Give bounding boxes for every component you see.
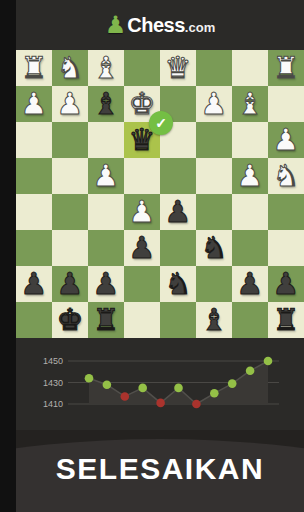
game-dot-11-win <box>264 357 273 366</box>
white-pawn: ♟ <box>129 194 156 230</box>
white-pawn: ♟ <box>273 122 300 158</box>
brand-text: Chess <box>127 14 185 37</box>
square-a1[interactable]: ♜ <box>268 50 304 86</box>
square-b8[interactable] <box>232 302 268 338</box>
square-c1[interactable] <box>196 50 232 86</box>
square-g7[interactable]: ♟ <box>52 266 88 302</box>
square-f5[interactable] <box>88 194 124 230</box>
square-e5[interactable]: ♟ <box>124 194 160 230</box>
square-e6[interactable]: ♟ <box>124 230 160 266</box>
black-bishop: ♝ <box>93 86 120 122</box>
white-rook: ♜ <box>21 50 48 86</box>
black-pawn: ♟ <box>21 266 48 302</box>
black-king: ♚ <box>57 302 84 338</box>
game-dot-8-win <box>210 389 219 398</box>
white-knight: ♞ <box>57 50 84 86</box>
chesscom-logo[interactable]: ♟ Chess .com <box>16 8 304 42</box>
square-f2[interactable]: ♝ <box>88 86 124 122</box>
square-e4[interactable] <box>124 158 160 194</box>
black-pawn: ♟ <box>165 194 192 230</box>
game-dot-10-win <box>246 366 255 375</box>
square-d5[interactable]: ♟ <box>160 194 196 230</box>
square-a3[interactable]: ♟ <box>268 122 304 158</box>
black-rook: ♜ <box>93 302 120 338</box>
square-h5[interactable] <box>16 194 52 230</box>
correct-move-badge: ✓ <box>149 111 173 135</box>
white-bishop: ♝ <box>93 50 120 86</box>
game-dot-2-win <box>103 380 112 389</box>
square-b4[interactable]: ♟ <box>232 158 268 194</box>
square-f3[interactable] <box>88 122 124 158</box>
square-h3[interactable] <box>16 122 52 158</box>
square-f8[interactable]: ♜ <box>88 302 124 338</box>
square-b5[interactable] <box>232 194 268 230</box>
square-g5[interactable] <box>52 194 88 230</box>
ytick-label-1430: 1430 <box>43 378 63 388</box>
square-d8[interactable] <box>160 302 196 338</box>
rating-chart: 145014301410 <box>16 338 304 430</box>
white-pawn: ♟ <box>201 86 228 122</box>
square-a6[interactable] <box>268 230 304 266</box>
square-c2[interactable]: ♟ <box>196 86 232 122</box>
checkmark-icon: ✓ <box>155 111 167 135</box>
square-a5[interactable] <box>268 194 304 230</box>
white-queen: ♛ <box>165 50 192 86</box>
square-f1[interactable]: ♝ <box>88 50 124 86</box>
square-h7[interactable]: ♟ <box>16 266 52 302</box>
square-f4[interactable]: ♟ <box>88 158 124 194</box>
game-dot-4-win <box>138 384 147 393</box>
square-e7[interactable] <box>124 266 160 302</box>
black-pawn: ♟ <box>129 230 156 266</box>
square-a2[interactable] <box>268 86 304 122</box>
black-rook: ♜ <box>273 302 300 338</box>
black-pawn: ♟ <box>273 266 300 302</box>
black-pawn: ♟ <box>237 266 264 302</box>
rating-chart-svg: 145014301410 <box>16 338 304 430</box>
square-d4[interactable] <box>160 158 196 194</box>
brand-suffix-text: .com <box>185 20 215 35</box>
game-dot-3-loss <box>121 392 130 401</box>
square-c3[interactable] <box>196 122 232 158</box>
game-dot-1-win <box>85 374 94 383</box>
black-knight: ♞ <box>201 230 228 266</box>
header: ♟ Chess .com <box>16 0 304 50</box>
square-h2[interactable]: ♟ <box>16 86 52 122</box>
square-c4[interactable] <box>196 158 232 194</box>
square-g1[interactable]: ♞ <box>52 50 88 86</box>
square-h8[interactable] <box>16 302 52 338</box>
square-e8[interactable] <box>124 302 160 338</box>
square-b1[interactable] <box>232 50 268 86</box>
square-a4[interactable]: ♞ <box>268 158 304 194</box>
square-g4[interactable] <box>52 158 88 194</box>
square-g8[interactable]: ♚ <box>52 302 88 338</box>
square-f7[interactable]: ♟ <box>88 266 124 302</box>
square-h4[interactable] <box>16 158 52 194</box>
game-dot-5-loss <box>156 399 165 408</box>
square-g6[interactable] <box>52 230 88 266</box>
white-rook: ♜ <box>273 50 300 86</box>
square-c8[interactable]: ♝ <box>196 302 232 338</box>
game-dot-6-win <box>174 384 183 393</box>
square-d1[interactable]: ♛ <box>160 50 196 86</box>
square-a7[interactable]: ♟ <box>268 266 304 302</box>
square-g2[interactable]: ♟ <box>52 86 88 122</box>
app-screen: ♟ Chess .com ♜♞♝♛♜♟♟♝♚♟♝♛♟♟♟♞♟♟♟♞♟♟♟♞♟♟♚… <box>16 0 304 512</box>
ytick-label-1450: 1450 <box>43 356 63 366</box>
square-c5[interactable] <box>196 194 232 230</box>
square-h1[interactable]: ♜ <box>16 50 52 86</box>
white-pawn: ♟ <box>237 158 264 194</box>
cta-section: SELESAIKAN <box>16 430 304 512</box>
pawn-logo-icon: ♟ <box>105 13 127 37</box>
square-f6[interactable] <box>88 230 124 266</box>
white-bishop: ♝ <box>237 86 264 122</box>
ytick-label-1410: 1410 <box>43 399 63 409</box>
square-b7[interactable]: ♟ <box>232 266 268 302</box>
black-knight: ♞ <box>165 266 192 302</box>
black-pawn: ♟ <box>57 266 84 302</box>
square-b3[interactable] <box>232 122 268 158</box>
square-d6[interactable] <box>160 230 196 266</box>
white-pawn: ♟ <box>57 86 84 122</box>
chess-board[interactable]: ♜♞♝♛♜♟♟♝♚♟♝♛♟♟♟♞♟♟♟♞♟♟♟♞♟♟♚♜♝♜ <box>16 50 304 338</box>
white-pawn: ♟ <box>21 86 48 122</box>
square-c7[interactable] <box>196 266 232 302</box>
square-e1[interactable] <box>124 50 160 86</box>
square-g3[interactable] <box>52 122 88 158</box>
square-b2[interactable]: ♝ <box>232 86 268 122</box>
square-c6[interactable]: ♞ <box>196 230 232 266</box>
square-h6[interactable] <box>16 230 52 266</box>
cta-button[interactable]: SELESAIKAN <box>16 452 304 486</box>
white-knight: ♞ <box>273 158 300 194</box>
game-dot-9-win <box>228 379 237 388</box>
square-d7[interactable]: ♞ <box>160 266 196 302</box>
game-dot-7-loss <box>192 400 201 409</box>
black-pawn: ♟ <box>93 266 120 302</box>
square-a8[interactable]: ♜ <box>268 302 304 338</box>
black-bishop: ♝ <box>201 302 228 338</box>
white-pawn: ♟ <box>93 158 120 194</box>
square-b6[interactable] <box>232 230 268 266</box>
